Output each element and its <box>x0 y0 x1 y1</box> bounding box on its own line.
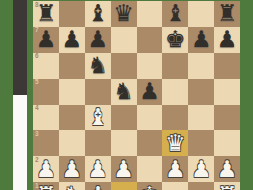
square-g7[interactable]: ♟ <box>188 27 214 53</box>
piece-white-pawn[interactable]: ♟ <box>217 158 238 181</box>
video-frame-background: 8♜♝♛♝♜7♟♟♟♚♟♟6♞5♞♟4♝3♛2♟♟♟♟♟♟♟1♜♞♝♚♜ <box>0 0 253 190</box>
square-e1[interactable]: ♚ <box>137 182 163 190</box>
square-h2[interactable]: ♟ <box>214 156 240 182</box>
piece-white-pawn[interactable]: ♟ <box>113 158 134 181</box>
square-d3[interactable] <box>111 130 137 156</box>
square-g4[interactable] <box>188 105 214 131</box>
piece-black-queen[interactable]: ♛ <box>113 2 134 25</box>
square-d6[interactable] <box>111 53 137 79</box>
square-g3[interactable] <box>188 130 214 156</box>
square-a8[interactable]: 8♜ <box>33 1 59 27</box>
square-h4[interactable] <box>214 105 240 131</box>
square-d8[interactable]: ♛ <box>111 1 137 27</box>
square-c2[interactable]: ♟ <box>85 156 111 182</box>
square-e3[interactable] <box>137 130 163 156</box>
square-c3[interactable] <box>85 130 111 156</box>
square-f3[interactable]: ♛ <box>162 130 188 156</box>
square-a2[interactable]: 2♟ <box>33 156 59 182</box>
square-a4[interactable]: 4 <box>33 105 59 131</box>
square-g8[interactable] <box>188 1 214 27</box>
square-c5[interactable] <box>85 79 111 105</box>
square-h3[interactable] <box>214 130 240 156</box>
square-e2[interactable] <box>137 156 163 182</box>
square-a3[interactable]: 3 <box>33 130 59 156</box>
square-f5[interactable] <box>162 79 188 105</box>
piece-white-pawn[interactable]: ♟ <box>191 158 212 181</box>
piece-black-king[interactable]: ♚ <box>165 28 186 51</box>
piece-white-bishop[interactable]: ♝ <box>87 184 108 190</box>
rank-label-8: 8 <box>35 2 39 9</box>
piece-white-pawn[interactable]: ♟ <box>165 158 186 181</box>
square-d5[interactable]: ♞ <box>111 79 137 105</box>
rank-label-5: 5 <box>35 79 39 86</box>
piece-black-pawn[interactable]: ♟ <box>217 28 238 51</box>
square-f1[interactable] <box>162 182 188 190</box>
square-c7[interactable]: ♟ <box>85 27 111 53</box>
square-f8[interactable]: ♝ <box>162 1 188 27</box>
piece-black-pawn[interactable]: ♟ <box>87 28 108 51</box>
square-b3[interactable] <box>59 130 85 156</box>
piece-white-king[interactable]: ♚ <box>139 184 160 190</box>
rank-label-3: 3 <box>35 131 39 138</box>
piece-black-knight[interactable]: ♞ <box>113 80 134 103</box>
piece-white-knight[interactable]: ♞ <box>62 184 83 190</box>
eval-bar-black-section <box>13 0 27 95</box>
square-b4[interactable] <box>59 105 85 131</box>
chess-board[interactable]: 8♜♝♛♝♜7♟♟♟♚♟♟6♞5♞♟4♝3♛2♟♟♟♟♟♟♟1♜♞♝♚♜ <box>33 1 240 190</box>
square-b1[interactable]: ♞ <box>59 182 85 190</box>
square-c1[interactable]: ♝ <box>85 182 111 190</box>
square-e5[interactable]: ♟ <box>137 79 163 105</box>
rank-label-4: 4 <box>35 105 39 112</box>
square-b6[interactable] <box>59 53 85 79</box>
square-g1[interactable] <box>188 182 214 190</box>
square-b2[interactable]: ♟ <box>59 156 85 182</box>
rank-label-6: 6 <box>35 53 39 60</box>
square-b7[interactable]: ♟ <box>59 27 85 53</box>
square-g5[interactable] <box>188 79 214 105</box>
rank-label-7: 7 <box>35 27 39 34</box>
square-b8[interactable] <box>59 1 85 27</box>
square-h7[interactable]: ♟ <box>214 27 240 53</box>
piece-white-pawn[interactable]: ♟ <box>87 158 108 181</box>
square-h5[interactable] <box>214 79 240 105</box>
square-d1[interactable] <box>111 182 137 190</box>
evaluation-bar <box>13 0 27 190</box>
square-d2[interactable]: ♟ <box>111 156 137 182</box>
square-c6[interactable]: ♞ <box>85 53 111 79</box>
square-d7[interactable] <box>111 27 137 53</box>
rank-label-2: 2 <box>35 157 39 164</box>
piece-black-pawn[interactable]: ♟ <box>139 80 160 103</box>
square-g2[interactable]: ♟ <box>188 156 214 182</box>
square-b5[interactable] <box>59 79 85 105</box>
square-a1[interactable]: 1♜ <box>33 182 59 190</box>
square-e6[interactable] <box>137 53 163 79</box>
eval-bar-white-section <box>13 95 27 190</box>
square-e4[interactable] <box>137 105 163 131</box>
square-a6[interactable]: 6 <box>33 53 59 79</box>
piece-black-pawn[interactable]: ♟ <box>62 28 83 51</box>
piece-black-rook[interactable]: ♜ <box>217 2 238 25</box>
rank-label-1: 1 <box>35 183 39 190</box>
square-a7[interactable]: 7♟ <box>33 27 59 53</box>
square-f4[interactable] <box>162 105 188 131</box>
square-h6[interactable] <box>214 53 240 79</box>
piece-white-bishop[interactable]: ♝ <box>87 106 108 129</box>
piece-white-pawn[interactable]: ♟ <box>62 158 83 181</box>
square-e7[interactable] <box>137 27 163 53</box>
square-f6[interactable] <box>162 53 188 79</box>
square-e8[interactable] <box>137 1 163 27</box>
square-c8[interactable]: ♝ <box>85 1 111 27</box>
square-c4[interactable]: ♝ <box>85 105 111 131</box>
piece-black-bishop[interactable]: ♝ <box>165 2 186 25</box>
square-f2[interactable]: ♟ <box>162 156 188 182</box>
piece-black-knight[interactable]: ♞ <box>87 54 108 77</box>
square-a5[interactable]: 5 <box>33 79 59 105</box>
piece-white-queen[interactable]: ♛ <box>165 132 186 155</box>
square-f7[interactable]: ♚ <box>162 27 188 53</box>
piece-black-bishop[interactable]: ♝ <box>87 2 108 25</box>
square-h8[interactable]: ♜ <box>214 1 240 27</box>
square-g6[interactable] <box>188 53 214 79</box>
piece-black-pawn[interactable]: ♟ <box>191 28 212 51</box>
square-d4[interactable] <box>111 105 137 131</box>
piece-white-rook[interactable]: ♜ <box>217 184 238 190</box>
square-h1[interactable]: ♜ <box>214 182 240 190</box>
